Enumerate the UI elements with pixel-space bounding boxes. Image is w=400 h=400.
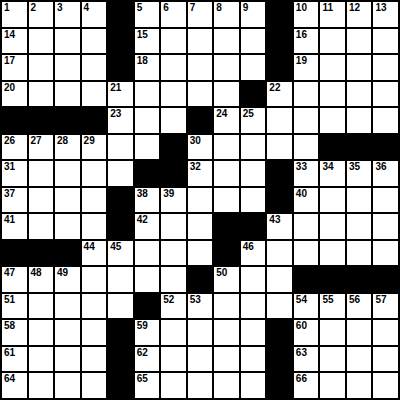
black-cell-r9-c9: [214, 214, 239, 239]
clue-number-65: 65: [137, 373, 148, 385]
cell-r13-c1[interactable]: 58: [2, 320, 27, 345]
cell-r8-c1[interactable]: 37: [2, 188, 27, 213]
cell-r10-c8[interactable]: [188, 241, 213, 266]
cell-r5-c7[interactable]: [161, 108, 186, 133]
clue-number-64: 64: [4, 373, 15, 385]
cell-r15-c6[interactable]: 65: [135, 373, 160, 398]
clue-number-23: 23: [110, 108, 121, 120]
cell-r13-c10[interactable]: [241, 320, 266, 345]
cell-r14-c1[interactable]: 61: [2, 347, 27, 372]
clue-number-14: 14: [4, 29, 15, 41]
cell-r5-c10[interactable]: 25: [241, 108, 266, 133]
black-cell-r7-c11: [267, 161, 292, 186]
cell-r8-c10[interactable]: [241, 188, 266, 213]
cell-r4-c11[interactable]: 22: [267, 82, 292, 107]
cell-r2-c15[interactable]: [373, 29, 398, 54]
cell-r11-c9[interactable]: 50: [214, 267, 239, 292]
cell-r7-c2[interactable]: [29, 161, 54, 186]
clue-number-17: 17: [4, 55, 15, 67]
clue-number-9: 9: [243, 2, 249, 14]
clue-number-49: 49: [57, 267, 68, 279]
cell-r15-c1[interactable]: 64: [2, 373, 27, 398]
black-cell-r4-c10: [241, 82, 266, 107]
cell-r13-c8[interactable]: [188, 320, 213, 345]
cell-r1-c15[interactable]: 13: [373, 2, 398, 27]
clue-number-5: 5: [137, 2, 143, 14]
cell-r9-c6[interactable]: 42: [135, 214, 160, 239]
cell-r10-c4[interactable]: 44: [82, 241, 107, 266]
black-cell-r3-c5: [108, 55, 133, 80]
cell-r12-c5[interactable]: [108, 294, 133, 319]
cell-r10-c10[interactable]: 46: [241, 241, 266, 266]
cell-r7-c8[interactable]: 32: [188, 161, 213, 186]
cell-r12-c12[interactable]: 54: [294, 294, 319, 319]
cell-r11-c1[interactable]: 47: [2, 267, 27, 292]
cell-r11-c4[interactable]: [82, 267, 107, 292]
cell-r1-c9[interactable]: 8: [214, 2, 239, 27]
cell-r8-c9[interactable]: [214, 188, 239, 213]
cell-r7-c4[interactable]: [82, 161, 107, 186]
cell-r13-c3[interactable]: [55, 320, 80, 345]
black-cell-r15-c11: [267, 373, 292, 398]
cell-r6-c3[interactable]: 28: [55, 135, 80, 160]
clue-number-38: 38: [137, 188, 148, 200]
cell-r8-c12[interactable]: 40: [294, 188, 319, 213]
black-cell-r7-c6: [135, 161, 160, 186]
black-cell-r5-c4: [82, 108, 107, 133]
cell-r14-c15[interactable]: [373, 347, 398, 372]
cell-r1-c6[interactable]: 5: [135, 2, 160, 27]
cell-r4-c2[interactable]: [29, 82, 54, 107]
cell-r8-c8[interactable]: [188, 188, 213, 213]
cell-r10-c11[interactable]: [267, 241, 292, 266]
cell-r11-c11[interactable]: [267, 267, 292, 292]
cell-r9-c1[interactable]: 41: [2, 214, 27, 239]
black-cell-r11-c13: [320, 267, 345, 292]
cell-r2-c7[interactable]: [161, 29, 186, 54]
clue-number-39: 39: [163, 188, 174, 200]
cell-r12-c11[interactable]: [267, 294, 292, 319]
cell-r10-c6[interactable]: [135, 241, 160, 266]
clue-number-20: 20: [4, 82, 15, 94]
clue-number-50: 50: [216, 267, 227, 279]
black-cell-r13-c5: [108, 320, 133, 345]
cell-r3-c6[interactable]: 18: [135, 55, 160, 80]
cell-r4-c7[interactable]: [161, 82, 186, 107]
black-cell-r8-c11: [267, 188, 292, 213]
cell-r11-c10[interactable]: [241, 267, 266, 292]
cell-r10-c15[interactable]: [373, 241, 398, 266]
cell-r6-c5[interactable]: [108, 135, 133, 160]
clue-number-52: 52: [163, 294, 174, 306]
clue-number-56: 56: [349, 294, 360, 306]
cell-r7-c5[interactable]: [108, 161, 133, 186]
cell-r9-c14[interactable]: [347, 214, 372, 239]
clue-number-37: 37: [4, 188, 15, 200]
clue-number-6: 6: [163, 2, 169, 14]
cell-r5-c13[interactable]: [320, 108, 345, 133]
clue-number-57: 57: [375, 294, 386, 306]
cell-r7-c15[interactable]: 36: [373, 161, 398, 186]
clue-number-18: 18: [137, 55, 148, 67]
cell-r7-c12[interactable]: 33: [294, 161, 319, 186]
black-cell-r3-c11: [267, 55, 292, 80]
black-cell-r6-c15: [373, 135, 398, 160]
cell-r3-c7[interactable]: [161, 55, 186, 80]
clue-number-24: 24: [216, 108, 227, 120]
cell-r4-c12[interactable]: [294, 82, 319, 107]
clue-number-19: 19: [296, 55, 307, 67]
clue-number-3: 3: [57, 2, 63, 14]
clue-number-51: 51: [4, 294, 15, 306]
cell-r2-c1[interactable]: 14: [2, 29, 27, 54]
cell-r9-c11[interactable]: 43: [267, 214, 292, 239]
cell-r1-c7[interactable]: 6: [161, 2, 186, 27]
cell-r6-c12[interactable]: [294, 135, 319, 160]
cell-r7-c3[interactable]: [55, 161, 80, 186]
cell-r1-c14[interactable]: 12: [347, 2, 372, 27]
cell-r13-c12[interactable]: 60: [294, 320, 319, 345]
clue-number-41: 41: [4, 214, 15, 226]
clue-number-62: 62: [137, 347, 148, 359]
cell-r4-c5[interactable]: 21: [108, 82, 133, 107]
clue-number-2: 2: [31, 2, 37, 14]
cell-r8-c4[interactable]: [82, 188, 107, 213]
black-cell-r2-c5: [108, 29, 133, 54]
clue-number-15: 15: [137, 29, 148, 41]
cell-r2-c6[interactable]: 15: [135, 29, 160, 54]
cell-r8-c15[interactable]: [373, 188, 398, 213]
clue-number-47: 47: [4, 267, 15, 279]
cell-r15-c2[interactable]: [29, 373, 54, 398]
black-cell-r6-c13: [320, 135, 345, 160]
cell-r4-c14[interactable]: [347, 82, 372, 107]
clue-number-12: 12: [349, 2, 360, 14]
cell-r10-c13[interactable]: [320, 241, 345, 266]
cell-r15-c13[interactable]: [320, 373, 345, 398]
cell-r1-c13[interactable]: 11: [320, 2, 345, 27]
clue-number-31: 31: [4, 161, 15, 173]
cell-r11-c7[interactable]: [161, 267, 186, 292]
black-cell-r14-c11: [267, 347, 292, 372]
cell-r15-c3[interactable]: [55, 373, 80, 398]
clue-number-45: 45: [110, 241, 121, 253]
clue-number-66: 66: [296, 373, 307, 385]
black-cell-r5-c1: [2, 108, 27, 133]
cell-r2-c4[interactable]: [82, 29, 107, 54]
black-cell-r11-c15: [373, 267, 398, 292]
cell-r2-c12[interactable]: 16: [294, 29, 319, 54]
cell-r12-c3[interactable]: [55, 294, 80, 319]
cell-r13-c6[interactable]: 59: [135, 320, 160, 345]
clue-number-53: 53: [190, 294, 201, 306]
black-cell-r11-c12: [294, 267, 319, 292]
cell-r3-c4[interactable]: [82, 55, 107, 80]
cell-r1-c3[interactable]: 3: [55, 2, 80, 27]
clue-number-1: 1: [4, 2, 10, 14]
clue-number-26: 26: [4, 135, 15, 147]
cell-r6-c2[interactable]: 27: [29, 135, 54, 160]
black-cell-r10-c2: [29, 241, 54, 266]
cell-r3-c1[interactable]: 17: [2, 55, 27, 80]
black-cell-r2-c11: [267, 29, 292, 54]
cell-r14-c12[interactable]: 63: [294, 347, 319, 372]
cell-r12-c7[interactable]: 52: [161, 294, 186, 319]
black-cell-r6-c14: [347, 135, 372, 160]
cell-r6-c10[interactable]: [241, 135, 266, 160]
clue-number-63: 63: [296, 347, 307, 359]
cell-r12-c15[interactable]: 57: [373, 294, 398, 319]
clue-number-42: 42: [137, 214, 148, 226]
black-cell-r6-c7: [161, 135, 186, 160]
cell-r4-c9[interactable]: [214, 82, 239, 107]
cell-r14-c14[interactable]: [347, 347, 372, 372]
clue-number-28: 28: [57, 135, 68, 147]
cell-r2-c3[interactable]: [55, 29, 80, 54]
cell-r14-c13[interactable]: [320, 347, 345, 372]
clue-number-35: 35: [349, 161, 360, 173]
cell-r5-c5[interactable]: 23: [108, 108, 133, 133]
clue-number-60: 60: [296, 320, 307, 332]
cell-r4-c3[interactable]: [55, 82, 80, 107]
clue-number-33: 33: [296, 161, 307, 173]
black-cell-r1-c5: [108, 2, 133, 27]
black-cell-r5-c8: [188, 108, 213, 133]
cell-r4-c6[interactable]: [135, 82, 160, 107]
cell-r15-c9[interactable]: [214, 373, 239, 398]
clue-number-61: 61: [4, 347, 15, 359]
cell-r11-c2[interactable]: 48: [29, 267, 54, 292]
cell-r8-c2[interactable]: [29, 188, 54, 213]
clue-number-27: 27: [31, 135, 42, 147]
cell-r2-c13[interactable]: [320, 29, 345, 54]
cell-r12-c2[interactable]: [29, 294, 54, 319]
cell-r15-c4[interactable]: [82, 373, 107, 398]
cell-r6-c11[interactable]: [267, 135, 292, 160]
cell-r1-c4[interactable]: 4: [82, 2, 107, 27]
black-cell-r11-c14: [347, 267, 372, 292]
cell-r7-c10[interactable]: [241, 161, 266, 186]
black-cell-r10-c9: [214, 241, 239, 266]
cell-r2-c14[interactable]: [347, 29, 372, 54]
clue-number-43: 43: [269, 214, 280, 226]
cell-r4-c8[interactable]: [188, 82, 213, 107]
clue-number-59: 59: [137, 320, 148, 332]
cell-r4-c1[interactable]: 20: [2, 82, 27, 107]
cell-r14-c3[interactable]: [55, 347, 80, 372]
cell-r1-c1[interactable]: 1: [2, 2, 27, 27]
cell-r5-c9[interactable]: 24: [214, 108, 239, 133]
cell-r13-c9[interactable]: [214, 320, 239, 345]
black-cell-r1-c11: [267, 2, 292, 27]
cell-r13-c4[interactable]: [82, 320, 107, 345]
cell-r2-c8[interactable]: [188, 29, 213, 54]
clue-number-7: 7: [190, 2, 196, 14]
cell-r14-c6[interactable]: 62: [135, 347, 160, 372]
cell-r4-c4[interactable]: [82, 82, 107, 107]
cell-r10-c14[interactable]: [347, 241, 372, 266]
clue-number-8: 8: [216, 2, 222, 14]
cell-r3-c10[interactable]: [241, 55, 266, 80]
cell-r4-c13[interactable]: [320, 82, 345, 107]
cell-r12-c1[interactable]: 51: [2, 294, 27, 319]
cell-r8-c6[interactable]: 38: [135, 188, 160, 213]
cell-r5-c15[interactable]: [373, 108, 398, 133]
clue-number-25: 25: [243, 108, 254, 120]
cell-r15-c12[interactable]: 66: [294, 373, 319, 398]
cell-r1-c8[interactable]: 7: [188, 2, 213, 27]
clue-number-36: 36: [375, 161, 386, 173]
cell-r15-c10[interactable]: [241, 373, 266, 398]
cell-r6-c4[interactable]: 29: [82, 135, 107, 160]
cell-r14-c9[interactable]: [214, 347, 239, 372]
cell-r12-c10[interactable]: [241, 294, 266, 319]
cell-r7-c1[interactable]: 31: [2, 161, 27, 186]
cell-r15-c8[interactable]: [188, 373, 213, 398]
cell-r3-c2[interactable]: [29, 55, 54, 80]
cell-r6-c8[interactable]: 30: [188, 135, 213, 160]
cell-r3-c12[interactable]: 19: [294, 55, 319, 80]
cell-r9-c3[interactable]: [55, 214, 80, 239]
cell-r14-c7[interactable]: [161, 347, 186, 372]
cell-r8-c13[interactable]: [320, 188, 345, 213]
cell-r11-c5[interactable]: [108, 267, 133, 292]
cell-r8-c14[interactable]: [347, 188, 372, 213]
cell-r8-c3[interactable]: [55, 188, 80, 213]
cell-r15-c14[interactable]: [347, 373, 372, 398]
cell-r9-c12[interactable]: [294, 214, 319, 239]
cell-r3-c15[interactable]: [373, 55, 398, 80]
black-cell-r14-c5: [108, 347, 133, 372]
cell-r5-c6[interactable]: [135, 108, 160, 133]
clue-number-29: 29: [84, 135, 95, 147]
clue-number-54: 54: [296, 294, 307, 306]
clue-number-30: 30: [190, 135, 201, 147]
clue-number-55: 55: [322, 294, 333, 306]
black-cell-r15-c5: [108, 373, 133, 398]
cell-r13-c2[interactable]: [29, 320, 54, 345]
cell-r10-c12[interactable]: [294, 241, 319, 266]
cell-r3-c8[interactable]: [188, 55, 213, 80]
cell-r14-c8[interactable]: [188, 347, 213, 372]
cell-r5-c11[interactable]: [267, 108, 292, 133]
cell-r10-c5[interactable]: 45: [108, 241, 133, 266]
cell-r12-c8[interactable]: 53: [188, 294, 213, 319]
cell-r2-c10[interactable]: [241, 29, 266, 54]
black-cell-r11-c8: [188, 267, 213, 292]
cell-r14-c10[interactable]: [241, 347, 266, 372]
black-cell-r10-c3: [55, 241, 80, 266]
cell-r11-c6[interactable]: [135, 267, 160, 292]
black-cell-r13-c11: [267, 320, 292, 345]
clue-number-13: 13: [375, 2, 386, 14]
cell-r5-c14[interactable]: [347, 108, 372, 133]
cell-r13-c15[interactable]: [373, 320, 398, 345]
cell-r6-c6[interactable]: [135, 135, 160, 160]
clue-number-22: 22: [269, 82, 280, 94]
cell-r3-c13[interactable]: [320, 55, 345, 80]
cell-r3-c9[interactable]: [214, 55, 239, 80]
cell-r3-c14[interactable]: [347, 55, 372, 80]
cell-r6-c9[interactable]: [214, 135, 239, 160]
black-cell-r12-c6: [135, 294, 160, 319]
cell-r10-c7[interactable]: [161, 241, 186, 266]
clue-number-32: 32: [190, 161, 201, 173]
cell-r12-c9[interactable]: [214, 294, 239, 319]
cell-r14-c2[interactable]: [29, 347, 54, 372]
black-cell-r8-c5: [108, 188, 133, 213]
clue-number-16: 16: [296, 29, 307, 41]
cell-r12-c13[interactable]: 55: [320, 294, 345, 319]
cell-r12-c14[interactable]: 56: [347, 294, 372, 319]
cell-r9-c2[interactable]: [29, 214, 54, 239]
cell-r12-c4[interactable]: [82, 294, 107, 319]
cell-r14-c4[interactable]: [82, 347, 107, 372]
cell-r9-c15[interactable]: [373, 214, 398, 239]
cell-r7-c9[interactable]: [214, 161, 239, 186]
cell-r9-c7[interactable]: [161, 214, 186, 239]
black-cell-r9-c10: [241, 214, 266, 239]
clue-number-58: 58: [4, 320, 15, 332]
cell-r6-c1[interactable]: 26: [2, 135, 27, 160]
cell-r2-c2[interactable]: [29, 29, 54, 54]
clue-number-48: 48: [31, 267, 42, 279]
black-cell-r9-c5: [108, 214, 133, 239]
cell-r13-c14[interactable]: [347, 320, 372, 345]
clue-number-10: 10: [296, 2, 307, 14]
clue-number-34: 34: [322, 161, 333, 173]
cell-r11-c3[interactable]: 49: [55, 267, 80, 292]
clue-number-44: 44: [84, 241, 95, 253]
crossword-grid: 1234567891011121314151617181920212223242…: [0, 0, 400, 400]
cell-r9-c8[interactable]: [188, 214, 213, 239]
cell-r15-c15[interactable]: [373, 373, 398, 398]
clue-number-21: 21: [110, 82, 121, 94]
cell-r5-c12[interactable]: [294, 108, 319, 133]
clue-number-40: 40: [296, 188, 307, 200]
black-cell-r5-c3: [55, 108, 80, 133]
clue-number-4: 4: [84, 2, 90, 14]
clue-number-46: 46: [243, 241, 254, 253]
cell-r7-c13[interactable]: 34: [320, 161, 345, 186]
cell-r7-c14[interactable]: 35: [347, 161, 372, 186]
clue-number-11: 11: [322, 2, 333, 14]
cell-r1-c10[interactable]: 9: [241, 2, 266, 27]
cell-r4-c15[interactable]: [373, 82, 398, 107]
cell-r15-c7[interactable]: [161, 373, 186, 398]
cell-r13-c13[interactable]: [320, 320, 345, 345]
black-cell-r10-c1: [2, 241, 27, 266]
cell-r3-c3[interactable]: [55, 55, 80, 80]
cell-r1-c2[interactable]: 2: [29, 2, 54, 27]
cell-r2-c9[interactable]: [214, 29, 239, 54]
black-cell-r7-c7: [161, 161, 186, 186]
cell-r9-c4[interactable]: [82, 214, 107, 239]
cell-r13-c7[interactable]: [161, 320, 186, 345]
cell-r9-c13[interactable]: [320, 214, 345, 239]
black-cell-r5-c2: [29, 108, 54, 133]
cell-r1-c12[interactable]: 10: [294, 2, 319, 27]
cell-r8-c7[interactable]: 39: [161, 188, 186, 213]
